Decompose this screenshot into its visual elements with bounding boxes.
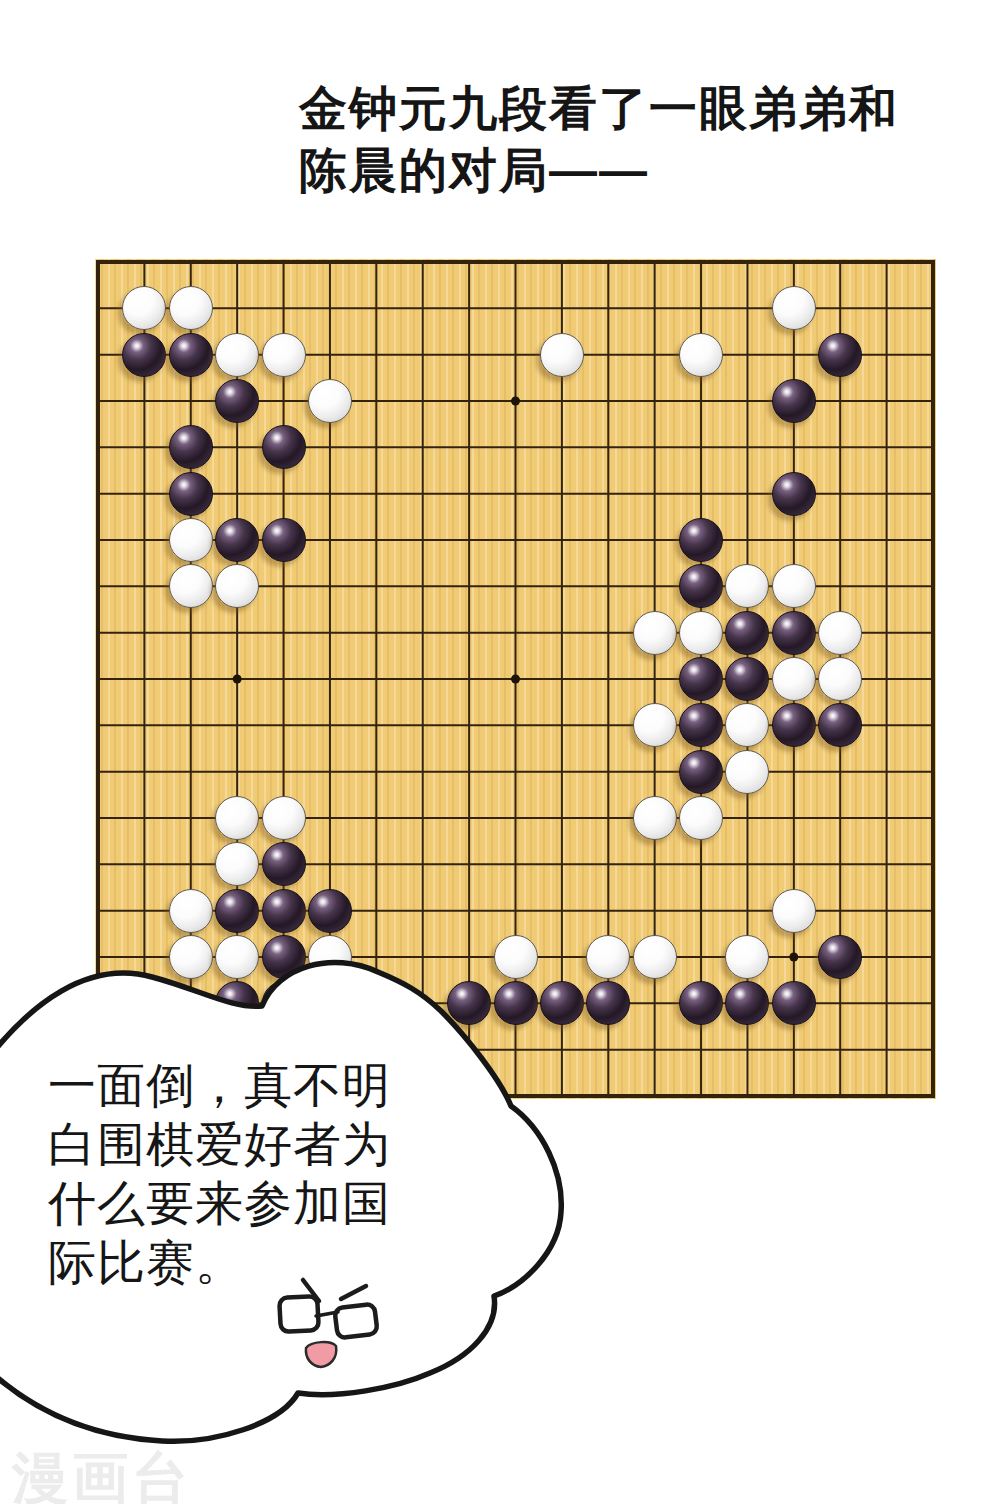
bubble-line-3: 什么要来参加国 — [48, 1174, 391, 1233]
speech-bubble-text: 一面倒，真不明 白围棋爱好者为 什么要来参加国 际比赛。 — [48, 1056, 391, 1292]
bubble-line-2: 白围棋爱好者为 — [48, 1115, 391, 1174]
watermark: 漫画台 — [12, 1441, 192, 1504]
mouth-icon — [306, 1342, 336, 1367]
bubble-line-4: 际比赛。 — [48, 1233, 391, 1292]
glasses-left-lens-icon — [279, 1296, 319, 1332]
glasses-right-lens-icon — [334, 1304, 377, 1339]
comic-page: 金钟元九段看了一眼弟弟和 陈晨的对局—— 一面倒，真不明 白围棋爱好者为 什么要… — [0, 0, 1000, 1504]
bubble-line-1: 一面倒，真不明 — [48, 1056, 391, 1115]
